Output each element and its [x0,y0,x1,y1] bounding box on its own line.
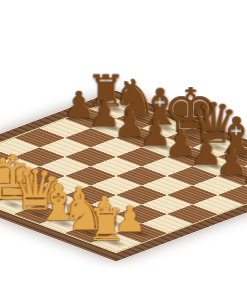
black-pawn: ♟ [239,154,247,190]
board-pinstripe-border: ♜♞♝♚♛♝♞♜♟♟♟♟♟♟♟♟♟♟♟♟♟♟♟♟♜♞♝♚♛♝♞♜ [0,99,247,254]
board-grid: ♜♞♝♚♛♝♞♜♟♟♟♟♟♟♟♟♟♟♟♟♟♟♟♟♜♞♝♚♛♝♞♜ [0,100,247,253]
square-e5 [90,157,141,176]
white-rook: ♜ [86,203,122,247]
chess-board: ♜♞♝♚♛♝♞♜♟♟♟♟♟♟♟♟♟♟♟♟♟♟♟♟♜♞♝♚♛♝♞♜ [0,91,247,262]
chess-set-product-photo: ♜♞♝♚♛♝♞♜♟♟♟♟♟♟♟♟♟♟♟♟♟♟♟♟♜♞♝♚♛♝♞♜ [0,0,247,296]
board-frame: ♜♞♝♚♛♝♞♜♟♟♟♟♟♟♟♟♟♟♟♟♟♟♟♟♜♞♝♚♛♝♞♜ [0,91,247,262]
